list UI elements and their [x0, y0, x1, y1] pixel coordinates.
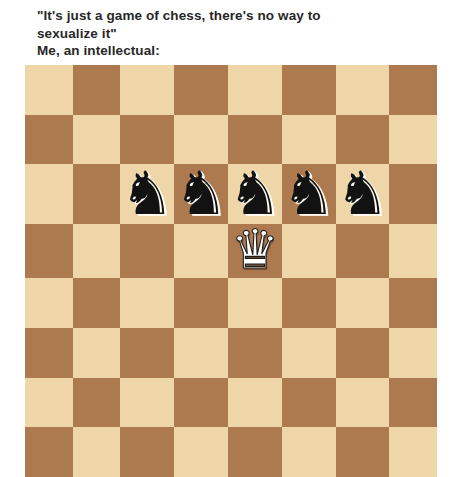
board-square-g8 [336, 65, 390, 115]
board-square-d4 [174, 278, 228, 328]
board-square-b5 [73, 224, 121, 278]
board-square-b1 [73, 427, 121, 477]
board-square-e8 [228, 65, 282, 115]
board-square-g3 [336, 328, 390, 378]
board-square-a4 [25, 278, 73, 328]
board-square-f6: ♞ [282, 164, 336, 224]
chess-board: ♞♞♞♞♞♛ [25, 65, 437, 477]
board-square-d7 [174, 115, 228, 165]
board-square-c4 [120, 278, 174, 328]
board-square-e3 [228, 328, 282, 378]
board-square-c3 [120, 328, 174, 378]
board-square-h7 [389, 115, 437, 165]
board-square-a1 [25, 427, 73, 477]
board-square-h3 [389, 328, 437, 378]
board-square-b2 [73, 378, 121, 428]
board-square-c2 [120, 378, 174, 428]
black-knight-piece: ♞ [336, 163, 390, 223]
board-square-f5 [282, 224, 336, 278]
board-square-e2 [228, 378, 282, 428]
board-square-c5 [120, 224, 174, 278]
board-square-f3 [282, 328, 336, 378]
board-square-d5 [174, 224, 228, 278]
board-square-h4 [389, 278, 437, 328]
board-square-d6: ♞ [174, 164, 228, 224]
board-square-h8 [389, 65, 437, 115]
board-square-c7 [120, 115, 174, 165]
board-square-f7 [282, 115, 336, 165]
black-knight-piece: ♞ [282, 163, 336, 223]
board-square-a7 [25, 115, 73, 165]
board-square-g5 [336, 224, 390, 278]
meme-caption: "It's just a game of chess, there's no w… [37, 7, 437, 60]
board-square-h2 [389, 378, 437, 428]
board-square-g6: ♞ [336, 164, 390, 224]
board-square-b7 [73, 115, 121, 165]
board-square-h1 [389, 427, 437, 477]
board-square-c8 [120, 65, 174, 115]
board-square-d8 [174, 65, 228, 115]
board-square-b8 [73, 65, 121, 115]
board-square-f1 [282, 427, 336, 477]
black-knight-piece: ♞ [174, 163, 228, 223]
board-square-b3 [73, 328, 121, 378]
board-square-d3 [174, 328, 228, 378]
board-square-a6 [25, 164, 73, 224]
caption-line-3: Me, an intellectual: [37, 42, 437, 60]
board-square-c6: ♞ [120, 164, 174, 224]
board-square-b4 [73, 278, 121, 328]
board-square-d1 [174, 427, 228, 477]
board-square-e7 [228, 115, 282, 165]
black-knight-piece: ♞ [120, 163, 174, 223]
caption-line-1: "It's just a game of chess, there's no w… [37, 7, 437, 25]
board-square-e5: ♛ [228, 224, 282, 278]
board-square-a5 [25, 224, 73, 278]
board-square-a2 [25, 378, 73, 428]
board-square-c1 [120, 427, 174, 477]
board-square-e1 [228, 427, 282, 477]
board-square-e4 [228, 278, 282, 328]
black-knight-piece: ♞ [228, 163, 282, 223]
white-queen-piece: ♛ [231, 223, 279, 277]
board-square-d2 [174, 378, 228, 428]
board-square-e6: ♞ [228, 164, 282, 224]
board-square-a8 [25, 65, 73, 115]
board-square-f2 [282, 378, 336, 428]
board-square-b6 [73, 164, 121, 224]
board-square-f8 [282, 65, 336, 115]
board-square-g7 [336, 115, 390, 165]
board-square-h6 [389, 164, 437, 224]
board-square-h5 [389, 224, 437, 278]
board-square-g4 [336, 278, 390, 328]
board-square-a3 [25, 328, 73, 378]
caption-line-2: sexualize it" [37, 25, 437, 43]
board-square-g2 [336, 378, 390, 428]
board-square-g1 [336, 427, 390, 477]
board-square-f4 [282, 278, 336, 328]
